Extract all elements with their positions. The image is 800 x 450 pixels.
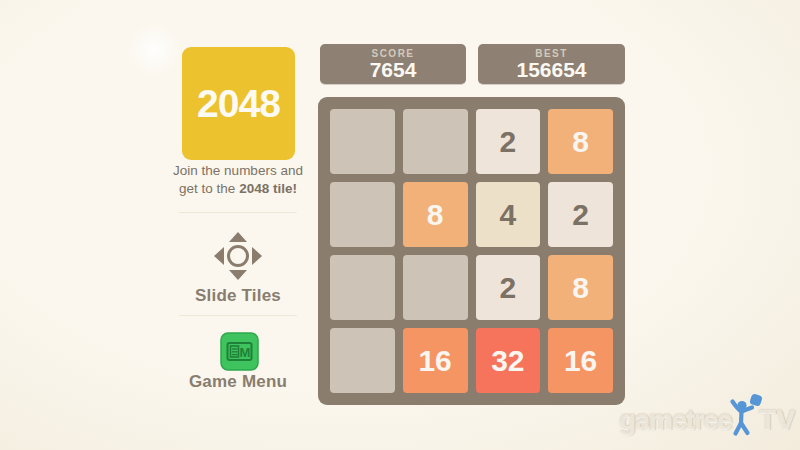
tile-8: 8 (403, 182, 468, 247)
watermark-tv: TV (759, 405, 796, 436)
menu-icon-letter: M (240, 345, 251, 360)
logo-2048-tile: 2048 (182, 47, 295, 160)
slide-tiles-label: Slide Tiles (148, 286, 328, 306)
game-screen: 2048 Join the numbers and get to the 204… (0, 0, 800, 450)
tile-8: 8 (548, 255, 613, 320)
watermark-brand: gametree (619, 405, 731, 436)
tile-2: 2 (476, 109, 541, 174)
game-board[interactable]: 2884228163216 (318, 97, 625, 405)
empty-cell (330, 255, 395, 320)
person-raised-arms-icon (725, 392, 765, 442)
tile-8: 8 (548, 109, 613, 174)
menu-list-m-icon[interactable]: M (220, 332, 259, 371)
best-label: BEST (535, 48, 568, 59)
tile-2: 2 (548, 182, 613, 247)
score-label: SCORE (371, 48, 414, 59)
gametree-tv-watermark: gametree TV (619, 392, 796, 448)
tile-16: 16 (403, 328, 468, 393)
tile-32: 32 (476, 328, 541, 393)
tile-16: 16 (548, 328, 613, 393)
tagline: Join the numbers and get to the 2048 til… (150, 162, 326, 198)
empty-cell (330, 109, 395, 174)
empty-cell (330, 328, 395, 393)
sidebar-divider (179, 315, 297, 317)
empty-cell (330, 182, 395, 247)
tile-2: 2 (476, 255, 541, 320)
tile-4: 4 (476, 182, 541, 247)
empty-cell (403, 109, 468, 174)
tagline-line2: get to the (179, 181, 239, 196)
tagline-line2-bold: 2048 tile! (239, 181, 297, 196)
game-menu-label[interactable]: Game Menu (148, 372, 328, 392)
sparkle-glow (126, 22, 182, 78)
score-box: SCORE 7654 (320, 44, 466, 84)
best-box: BEST 156654 (478, 44, 625, 84)
tagline-line1: Join the numbers and (173, 163, 303, 178)
sidebar-divider (179, 212, 297, 214)
best-value: 156654 (516, 59, 586, 81)
score-value: 7654 (370, 59, 417, 81)
empty-cell (403, 255, 468, 320)
dpad-arrows-icon (211, 229, 265, 283)
